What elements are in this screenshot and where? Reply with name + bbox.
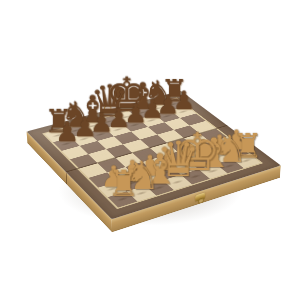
chess-board[interactable]: ♜♞♝♛♚♝♞♜♟♟♟♟♟♟♟♟♟♟♟♟♟♟♟♟♜♞♝♛♚♝♞♜ [27, 91, 281, 220]
product-photo: ♜♞♝♛♚♝♞♜♟♟♟♟♟♟♟♟♟♟♟♟♟♟♟♟♜♞♝♛♚♝♞♜ [0, 0, 300, 300]
white-rook-glyph: ♜ [99, 166, 147, 200]
brass-clasp[interactable] [195, 192, 205, 202]
board-scene: ♜♞♝♛♚♝♞♜♟♟♟♟♟♟♟♟♟♟♟♟♟♟♟♟♜♞♝♛♚♝♞♜ [57, 55, 243, 241]
pieces-layer: ♜♞♝♛♚♝♞♜♟♟♟♟♟♟♟♟♟♟♟♟♟♟♟♟♜♞♝♛♚♝♞♜ [27, 91, 281, 220]
black-pawn-glyph: ♟ [45, 119, 89, 144]
